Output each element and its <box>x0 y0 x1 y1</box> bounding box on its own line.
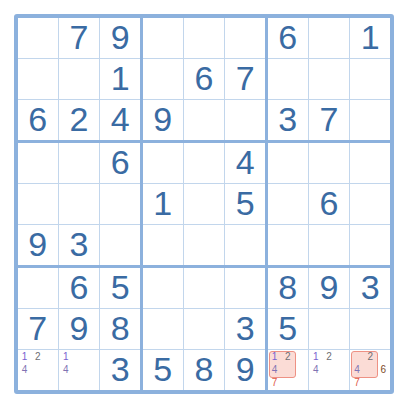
cell-r8c8[interactable] <box>309 309 349 349</box>
cell-r2c4[interactable] <box>143 59 183 99</box>
cell-digit: 3 <box>361 270 380 306</box>
cell-digit: 9 <box>320 270 339 306</box>
cell-digit: 8 <box>111 311 130 347</box>
cell-r4c3[interactable]: 6 <box>100 143 140 183</box>
pencil-mark-4: 4 <box>309 364 322 377</box>
cell-digit: 1 <box>361 20 380 56</box>
cell-r3c1[interactable]: 6 <box>18 100 58 140</box>
cell-r8c4[interactable] <box>143 309 183 349</box>
cell-r3c3[interactable]: 4 <box>100 100 140 140</box>
cell-r3c5[interactable] <box>184 100 224 140</box>
pencil-mark-2: 2 <box>364 350 377 363</box>
cell-r1c6[interactable] <box>225 18 265 58</box>
cell-r6c6[interactable] <box>225 225 265 265</box>
cell-r5c4[interactable]: 1 <box>143 184 183 224</box>
cell-r1c2[interactable]: 7 <box>59 18 99 58</box>
cell-r5c2[interactable] <box>59 184 99 224</box>
cell-r4c1[interactable] <box>18 143 58 183</box>
cell-digit: 3 <box>111 352 130 388</box>
pencil-mark-4: 4 <box>18 364 31 377</box>
pencil-marks: 124 <box>18 350 58 390</box>
cell-digit: 3 <box>236 311 255 347</box>
box-9: 893512471242467 <box>268 268 390 390</box>
cell-r6c2[interactable]: 3 <box>59 225 99 265</box>
cell-r3c2[interactable]: 2 <box>59 100 99 140</box>
cell-r9c6[interactable]: 9 <box>225 350 265 390</box>
cell-r7c9[interactable]: 3 <box>350 268 390 308</box>
cell-r6c4[interactable] <box>143 225 183 265</box>
cell-r5c6[interactable]: 5 <box>225 184 265 224</box>
pencil-marks: 2467 <box>350 350 390 390</box>
cell-r8c5[interactable] <box>184 309 224 349</box>
cell-digit: 4 <box>236 145 255 181</box>
cell-r5c8[interactable]: 6 <box>309 184 349 224</box>
cell-digit: 9 <box>111 20 130 56</box>
box-7: 65798124143 <box>18 268 140 390</box>
cell-digit: 5 <box>278 311 297 347</box>
box-1: 791624 <box>18 18 140 140</box>
cell-digit: 7 <box>320 102 339 138</box>
cell-r2c7[interactable] <box>268 59 308 99</box>
cell-digit: 6 <box>111 145 130 181</box>
pencil-mark-2: 2 <box>281 350 294 363</box>
cell-r8c9[interactable] <box>350 309 390 349</box>
cell-r4c6[interactable]: 4 <box>225 143 265 183</box>
cell-r2c5[interactable]: 6 <box>184 59 224 99</box>
cell-r4c5[interactable] <box>184 143 224 183</box>
cell-r2c2[interactable] <box>59 59 99 99</box>
pencil-mark-7: 7 <box>350 377 363 390</box>
cell-r3c6[interactable] <box>225 100 265 140</box>
box-4: 693 <box>18 143 140 265</box>
cell-r4c2[interactable] <box>59 143 99 183</box>
cell-digit: 6 <box>70 270 89 306</box>
cell-r6c5[interactable] <box>184 225 224 265</box>
cell-r9c8[interactable]: 124 <box>309 350 349 390</box>
cell-r9c1[interactable]: 124 <box>18 350 58 390</box>
cell-r2c1[interactable] <box>18 59 58 99</box>
pencil-mark-4: 4 <box>268 364 281 377</box>
cell-r7c4[interactable] <box>143 268 183 308</box>
box-3: 6137 <box>268 18 390 140</box>
pencil-mark-6: 6 <box>377 364 390 377</box>
cell-digit: 7 <box>70 20 89 56</box>
pencil-mark-7: 7 <box>268 377 281 390</box>
cell-r6c7[interactable] <box>268 225 308 265</box>
pencil-marks: 14 <box>59 350 99 390</box>
cell-r7c2[interactable]: 6 <box>59 268 99 308</box>
cell-r7c8[interactable]: 9 <box>309 268 349 308</box>
cell-r6c9[interactable] <box>350 225 390 265</box>
cell-r3c4[interactable]: 9 <box>143 100 183 140</box>
cell-r6c8[interactable] <box>309 225 349 265</box>
cell-r9c9[interactable]: 2467 <box>350 350 390 390</box>
cell-r6c3[interactable] <box>100 225 140 265</box>
cell-r7c7[interactable]: 8 <box>268 268 308 308</box>
pencil-mark-2: 2 <box>322 350 335 363</box>
cell-r5c3[interactable] <box>100 184 140 224</box>
cell-r1c9[interactable]: 1 <box>350 18 390 58</box>
cell-r8c2[interactable]: 9 <box>59 309 99 349</box>
cell-r1c3[interactable]: 9 <box>100 18 140 58</box>
cell-digit: 8 <box>195 352 214 388</box>
sudoku-board: 7916246796137693415665798124143358989351… <box>14 14 394 394</box>
cell-r9c5[interactable]: 8 <box>184 350 224 390</box>
cell-r7c5[interactable] <box>184 268 224 308</box>
pencil-marks: 1247 <box>268 350 308 390</box>
pencil-marks: 124 <box>309 350 349 390</box>
cell-digit: 9 <box>70 311 89 347</box>
cell-digit: 1 <box>111 61 130 97</box>
cell-digit: 9 <box>153 102 172 138</box>
cell-digit: 6 <box>28 102 47 138</box>
cell-digit: 6 <box>278 20 297 56</box>
cell-r9c4[interactable]: 5 <box>143 350 183 390</box>
cell-digit: 7 <box>236 61 255 97</box>
cell-r2c6[interactable]: 7 <box>225 59 265 99</box>
cell-r8c3[interactable]: 8 <box>100 309 140 349</box>
cell-r9c7[interactable]: 1247 <box>268 350 308 390</box>
cell-r5c5[interactable] <box>184 184 224 224</box>
cell-r1c4[interactable] <box>143 18 183 58</box>
cell-r1c8[interactable] <box>309 18 349 58</box>
cell-r2c9[interactable] <box>350 59 390 99</box>
cell-digit: 9 <box>236 352 255 388</box>
cell-digit: 5 <box>153 352 172 388</box>
cell-r4c4[interactable] <box>143 143 183 183</box>
cell-r8c1[interactable]: 7 <box>18 309 58 349</box>
cell-r7c6[interactable] <box>225 268 265 308</box>
pencil-mark-4: 4 <box>350 364 363 377</box>
cell-r4c9[interactable] <box>350 143 390 183</box>
box-5: 415 <box>143 143 265 265</box>
box-6: 6 <box>268 143 390 265</box>
cell-r1c1[interactable] <box>18 18 58 58</box>
cell-r4c7[interactable] <box>268 143 308 183</box>
cell-r5c9[interactable] <box>350 184 390 224</box>
cell-r1c5[interactable] <box>184 18 224 58</box>
cell-digit: 1 <box>153 186 172 222</box>
cell-r5c7[interactable] <box>268 184 308 224</box>
pencil-mark-2: 2 <box>31 350 44 363</box>
cell-digit: 7 <box>28 311 47 347</box>
cell-r3c7[interactable]: 3 <box>268 100 308 140</box>
cell-r1c7[interactable]: 6 <box>268 18 308 58</box>
cell-digit: 6 <box>195 61 214 97</box>
cell-digit: 5 <box>236 186 255 222</box>
cell-r7c3[interactable]: 5 <box>100 268 140 308</box>
cell-r9c2[interactable]: 14 <box>59 350 99 390</box>
cell-digit: 3 <box>278 102 297 138</box>
cell-r3c9[interactable] <box>350 100 390 140</box>
cell-digit: 9 <box>28 227 47 263</box>
cell-r5c1[interactable] <box>18 184 58 224</box>
box-8: 3589 <box>143 268 265 390</box>
cell-digit: 2 <box>70 102 89 138</box>
cell-r2c8[interactable] <box>309 59 349 99</box>
pencil-mark-1: 1 <box>59 350 72 363</box>
cell-r4c8[interactable] <box>309 143 349 183</box>
cell-digit: 5 <box>111 270 130 306</box>
cell-r8c6[interactable]: 3 <box>225 309 265 349</box>
cell-r3c8[interactable]: 7 <box>309 100 349 140</box>
cell-r8c7[interactable]: 5 <box>268 309 308 349</box>
pencil-mark-1: 1 <box>309 350 322 363</box>
cell-r9c3[interactable]: 3 <box>100 350 140 390</box>
pencil-mark-4: 4 <box>59 364 72 377</box>
pencil-mark-1: 1 <box>268 350 281 363</box>
cell-r7c1[interactable] <box>18 268 58 308</box>
cell-digit: 6 <box>320 186 339 222</box>
cell-r2c3[interactable]: 1 <box>100 59 140 99</box>
box-2: 679 <box>143 18 265 140</box>
cell-digit: 8 <box>278 270 297 306</box>
pencil-mark-1: 1 <box>18 350 31 363</box>
cell-r6c1[interactable]: 9 <box>18 225 58 265</box>
cell-digit: 3 <box>70 227 89 263</box>
cell-digit: 4 <box>111 102 130 138</box>
